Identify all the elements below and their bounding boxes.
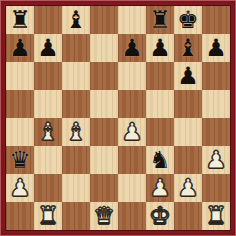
- black-bishop: ♝: [177, 34, 199, 62]
- square-f3[interactable]: ♞: [146, 146, 174, 174]
- black-pawn: ♟: [121, 34, 143, 62]
- square-c6[interactable]: [62, 62, 90, 90]
- black-pawn: ♟: [37, 34, 59, 62]
- square-c2[interactable]: [62, 174, 90, 202]
- white-pawn: ♟: [177, 174, 199, 202]
- white-king: ♚: [149, 202, 171, 230]
- square-d1[interactable]: ♛: [90, 202, 118, 230]
- black-rook: ♜: [149, 6, 171, 34]
- square-e3[interactable]: [118, 146, 146, 174]
- square-b8[interactable]: [34, 6, 62, 34]
- white-rook: ♜: [205, 202, 227, 230]
- square-e4[interactable]: ♟: [118, 118, 146, 146]
- square-e2[interactable]: [118, 174, 146, 202]
- square-g8[interactable]: ♚: [174, 6, 202, 34]
- square-h1[interactable]: ♜: [202, 202, 230, 230]
- square-g6[interactable]: ♟: [174, 62, 202, 90]
- square-a6[interactable]: [6, 62, 34, 90]
- white-rook: ♜: [37, 202, 59, 230]
- square-h6[interactable]: [202, 62, 230, 90]
- square-g2[interactable]: ♟: [174, 174, 202, 202]
- square-a8[interactable]: ♜: [6, 6, 34, 34]
- square-a1[interactable]: [6, 202, 34, 230]
- black-pawn: ♟: [205, 34, 227, 62]
- black-knight: ♞: [149, 146, 171, 174]
- square-a5[interactable]: [6, 90, 34, 118]
- white-pawn: ♟: [205, 146, 227, 174]
- square-b5[interactable]: [34, 90, 62, 118]
- square-a4[interactable]: [6, 118, 34, 146]
- square-d5[interactable]: [90, 90, 118, 118]
- square-e1[interactable]: [118, 202, 146, 230]
- square-a3[interactable]: ♛: [6, 146, 34, 174]
- black-queen: ♛: [9, 146, 31, 174]
- square-e8[interactable]: [118, 6, 146, 34]
- square-g7[interactable]: ♝: [174, 34, 202, 62]
- square-f8[interactable]: ♜: [146, 6, 174, 34]
- square-d2[interactable]: [90, 174, 118, 202]
- black-pawn: ♟: [177, 62, 199, 90]
- square-h2[interactable]: [202, 174, 230, 202]
- square-b2[interactable]: [34, 174, 62, 202]
- square-c5[interactable]: [62, 90, 90, 118]
- square-g4[interactable]: [174, 118, 202, 146]
- square-d3[interactable]: [90, 146, 118, 174]
- black-bishop: ♝: [65, 6, 87, 34]
- white-pawn: ♟: [149, 174, 171, 202]
- square-f2[interactable]: ♟: [146, 174, 174, 202]
- square-e5[interactable]: [118, 90, 146, 118]
- square-h3[interactable]: ♟: [202, 146, 230, 174]
- square-d4[interactable]: [90, 118, 118, 146]
- square-c4[interactable]: ♝: [62, 118, 90, 146]
- square-b6[interactable]: [34, 62, 62, 90]
- chessboard: ♜♝♜♚♟♟♟♟♝♟♟♝♝♟♛♞♟♟♟♟♜♛♚♜: [6, 6, 230, 230]
- square-c1[interactable]: [62, 202, 90, 230]
- white-bishop: ♝: [37, 118, 59, 146]
- square-d6[interactable]: [90, 62, 118, 90]
- square-a2[interactable]: ♟: [6, 174, 34, 202]
- square-f7[interactable]: ♟: [146, 34, 174, 62]
- square-h7[interactable]: ♟: [202, 34, 230, 62]
- square-b7[interactable]: ♟: [34, 34, 62, 62]
- square-f6[interactable]: [146, 62, 174, 90]
- black-king: ♚: [177, 6, 199, 34]
- square-e6[interactable]: [118, 62, 146, 90]
- square-c3[interactable]: [62, 146, 90, 174]
- square-b1[interactable]: ♜: [34, 202, 62, 230]
- white-queen: ♛: [93, 202, 115, 230]
- white-pawn: ♟: [9, 174, 31, 202]
- square-b4[interactable]: ♝: [34, 118, 62, 146]
- square-g1[interactable]: [174, 202, 202, 230]
- black-rook: ♜: [9, 6, 31, 34]
- white-bishop: ♝: [65, 118, 87, 146]
- square-g5[interactable]: [174, 90, 202, 118]
- square-c7[interactable]: [62, 34, 90, 62]
- square-a7[interactable]: ♟: [6, 34, 34, 62]
- square-d7[interactable]: [90, 34, 118, 62]
- square-d8[interactable]: [90, 6, 118, 34]
- square-c8[interactable]: ♝: [62, 6, 90, 34]
- square-f5[interactable]: [146, 90, 174, 118]
- square-b3[interactable]: [34, 146, 62, 174]
- square-h8[interactable]: [202, 6, 230, 34]
- square-h4[interactable]: [202, 118, 230, 146]
- square-e7[interactable]: ♟: [118, 34, 146, 62]
- white-pawn: ♟: [121, 118, 143, 146]
- black-pawn: ♟: [9, 34, 31, 62]
- black-pawn: ♟: [149, 34, 171, 62]
- chessboard-frame: ♜♝♜♚♟♟♟♟♝♟♟♝♝♟♛♞♟♟♟♟♜♛♚♜: [0, 0, 236, 236]
- square-g3[interactable]: [174, 146, 202, 174]
- square-h5[interactable]: [202, 90, 230, 118]
- square-f4[interactable]: [146, 118, 174, 146]
- square-f1[interactable]: ♚: [146, 202, 174, 230]
